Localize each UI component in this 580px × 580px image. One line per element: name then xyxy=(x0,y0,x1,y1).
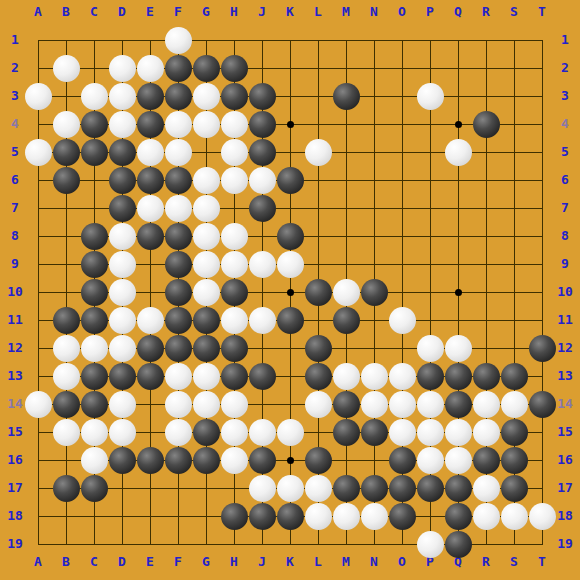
stone-black[interactable] xyxy=(221,503,248,530)
stone-black[interactable] xyxy=(249,195,276,222)
coord-label-top: T xyxy=(531,3,553,21)
stone-black[interactable] xyxy=(277,167,304,194)
stone-black[interactable] xyxy=(109,195,136,222)
stone-white[interactable] xyxy=(221,391,248,418)
stone-white[interactable] xyxy=(389,419,416,446)
stone-black[interactable] xyxy=(249,363,276,390)
stone-black[interactable] xyxy=(221,335,248,362)
stone-black[interactable] xyxy=(501,363,528,390)
coord-label-left: 19 xyxy=(2,535,28,553)
stone-white[interactable] xyxy=(501,503,528,530)
stone-black[interactable] xyxy=(81,363,108,390)
stone-white[interactable] xyxy=(109,83,136,110)
coord-label-bottom: T xyxy=(531,553,553,571)
stone-white[interactable] xyxy=(25,391,52,418)
stone-white[interactable] xyxy=(277,251,304,278)
stone-white[interactable] xyxy=(389,363,416,390)
stone-white[interactable] xyxy=(165,195,192,222)
stone-black[interactable] xyxy=(249,111,276,138)
stone-black[interactable] xyxy=(137,223,164,250)
stone-black[interactable] xyxy=(333,83,360,110)
coord-label-right: 11 xyxy=(552,311,578,329)
stone-black[interactable] xyxy=(361,475,388,502)
coord-label-right: 4 xyxy=(552,115,578,133)
stone-black[interactable] xyxy=(165,251,192,278)
stone-white[interactable] xyxy=(445,335,472,362)
stone-black[interactable] xyxy=(333,307,360,334)
stone-white[interactable] xyxy=(165,27,192,54)
coord-label-left: 4 xyxy=(2,115,28,133)
stone-white[interactable] xyxy=(53,111,80,138)
stone-black[interactable] xyxy=(249,83,276,110)
coord-label-bottom: H xyxy=(223,553,245,571)
coord-label-top: E xyxy=(139,3,161,21)
coord-label-left: 6 xyxy=(2,171,28,189)
stone-white[interactable] xyxy=(193,111,220,138)
stone-black[interactable] xyxy=(81,251,108,278)
coord-label-top: O xyxy=(391,3,413,21)
coord-label-left: 18 xyxy=(2,507,28,525)
coord-label-top: B xyxy=(55,3,77,21)
stone-white[interactable] xyxy=(193,83,220,110)
goban[interactable]: AABBCCDDEEFFGGHHJJKKLLMMNNOOPPQQRRSSTT11… xyxy=(0,0,580,580)
stone-white[interactable] xyxy=(529,503,556,530)
stone-black[interactable] xyxy=(221,83,248,110)
stone-white[interactable] xyxy=(277,475,304,502)
stone-black[interactable] xyxy=(109,139,136,166)
coord-label-right: 7 xyxy=(552,199,578,217)
stone-white[interactable] xyxy=(249,251,276,278)
coord-label-left: 9 xyxy=(2,255,28,273)
stone-white[interactable] xyxy=(25,83,52,110)
star-point xyxy=(287,457,294,464)
stone-white[interactable] xyxy=(165,419,192,446)
stone-white[interactable] xyxy=(53,335,80,362)
stone-black[interactable] xyxy=(193,307,220,334)
stone-black[interactable] xyxy=(445,391,472,418)
stone-white[interactable] xyxy=(501,391,528,418)
stone-black[interactable] xyxy=(165,223,192,250)
coord-label-top: L xyxy=(307,3,329,21)
stone-white[interactable] xyxy=(193,167,220,194)
stone-black[interactable] xyxy=(389,503,416,530)
stone-black[interactable] xyxy=(501,419,528,446)
stone-black[interactable] xyxy=(529,391,556,418)
coord-label-top: K xyxy=(279,3,301,21)
stone-black[interactable] xyxy=(333,475,360,502)
coord-label-top: J xyxy=(251,3,273,21)
stone-black[interactable] xyxy=(81,307,108,334)
stone-white[interactable] xyxy=(137,195,164,222)
stone-black[interactable] xyxy=(473,447,500,474)
stone-black[interactable] xyxy=(305,279,332,306)
stone-white[interactable] xyxy=(417,335,444,362)
stone-black[interactable] xyxy=(109,363,136,390)
coord-label-top: A xyxy=(27,3,49,21)
stone-black[interactable] xyxy=(221,363,248,390)
coord-label-right: 2 xyxy=(552,59,578,77)
stone-white[interactable] xyxy=(81,83,108,110)
star-point xyxy=(287,121,294,128)
coord-label-top: P xyxy=(419,3,441,21)
coord-label-left: 11 xyxy=(2,311,28,329)
coord-label-left: 12 xyxy=(2,339,28,357)
star-point xyxy=(455,121,462,128)
stone-black[interactable] xyxy=(221,55,248,82)
stone-white[interactable] xyxy=(109,419,136,446)
stone-white[interactable] xyxy=(165,363,192,390)
stone-white[interactable] xyxy=(193,391,220,418)
stone-black[interactable] xyxy=(417,363,444,390)
stone-white[interactable] xyxy=(221,167,248,194)
coord-label-top: F xyxy=(167,3,189,21)
stone-black[interactable] xyxy=(165,55,192,82)
stone-black[interactable] xyxy=(277,223,304,250)
coord-label-bottom: N xyxy=(363,553,385,571)
coord-label-bottom: S xyxy=(503,553,525,571)
stone-white[interactable] xyxy=(473,503,500,530)
stone-black[interactable] xyxy=(445,363,472,390)
stone-black[interactable] xyxy=(361,279,388,306)
coord-label-bottom: E xyxy=(139,553,161,571)
stone-black[interactable] xyxy=(193,55,220,82)
stone-black[interactable] xyxy=(81,391,108,418)
stone-white[interactable] xyxy=(361,503,388,530)
stone-black[interactable] xyxy=(305,363,332,390)
stone-white[interactable] xyxy=(81,335,108,362)
stone-white[interactable] xyxy=(417,447,444,474)
stone-white[interactable] xyxy=(333,363,360,390)
stone-black[interactable] xyxy=(249,503,276,530)
stone-white[interactable] xyxy=(25,139,52,166)
stone-black[interactable] xyxy=(53,307,80,334)
stone-white[interactable] xyxy=(109,251,136,278)
coord-label-left: 16 xyxy=(2,451,28,469)
coord-label-right: 17 xyxy=(552,479,578,497)
stone-black[interactable] xyxy=(277,503,304,530)
stone-black[interactable] xyxy=(361,419,388,446)
stone-white[interactable] xyxy=(417,419,444,446)
stone-white[interactable] xyxy=(137,139,164,166)
stone-white[interactable] xyxy=(109,307,136,334)
stone-black[interactable] xyxy=(473,363,500,390)
stone-white[interactable] xyxy=(445,419,472,446)
stone-black[interactable] xyxy=(501,447,528,474)
stone-white[interactable] xyxy=(389,307,416,334)
stone-black[interactable] xyxy=(137,83,164,110)
coord-label-right: 15 xyxy=(552,423,578,441)
stone-white[interactable] xyxy=(81,447,108,474)
coord-label-bottom: R xyxy=(475,553,497,571)
stone-white[interactable] xyxy=(109,223,136,250)
coord-label-bottom: O xyxy=(391,553,413,571)
stone-black[interactable] xyxy=(305,447,332,474)
coord-label-right: 9 xyxy=(552,255,578,273)
stone-black[interactable] xyxy=(137,167,164,194)
stone-black[interactable] xyxy=(81,223,108,250)
stone-black[interactable] xyxy=(445,475,472,502)
stone-white[interactable] xyxy=(221,251,248,278)
stone-black[interactable] xyxy=(277,307,304,334)
stone-black[interactable] xyxy=(165,447,192,474)
stone-white[interactable] xyxy=(109,335,136,362)
coord-label-bottom: A xyxy=(27,553,49,571)
stone-black[interactable] xyxy=(445,503,472,530)
coord-label-right: 3 xyxy=(552,87,578,105)
stone-white[interactable] xyxy=(333,279,360,306)
coord-label-left: 15 xyxy=(2,423,28,441)
stone-white[interactable] xyxy=(445,447,472,474)
coord-label-bottom: C xyxy=(83,553,105,571)
coord-label-left: 2 xyxy=(2,59,28,77)
stone-black[interactable] xyxy=(137,335,164,362)
stone-black[interactable] xyxy=(333,419,360,446)
coord-label-right: 10 xyxy=(552,283,578,301)
coord-label-bottom: M xyxy=(335,553,357,571)
stone-black[interactable] xyxy=(81,139,108,166)
stone-white[interactable] xyxy=(137,55,164,82)
stone-white[interactable] xyxy=(305,475,332,502)
coord-label-top: D xyxy=(111,3,133,21)
stone-white[interactable] xyxy=(417,391,444,418)
stone-white[interactable] xyxy=(137,307,164,334)
stone-black[interactable] xyxy=(165,335,192,362)
stone-white[interactable] xyxy=(389,391,416,418)
stone-black[interactable] xyxy=(81,111,108,138)
stone-black[interactable] xyxy=(165,307,192,334)
stone-white[interactable] xyxy=(109,55,136,82)
stone-black[interactable] xyxy=(249,139,276,166)
stone-black[interactable] xyxy=(81,279,108,306)
stone-white[interactable] xyxy=(361,363,388,390)
stone-white[interactable] xyxy=(53,55,80,82)
stone-white[interactable] xyxy=(165,111,192,138)
coord-label-top: N xyxy=(363,3,385,21)
stone-white[interactable] xyxy=(165,139,192,166)
stone-black[interactable] xyxy=(473,111,500,138)
stone-black[interactable] xyxy=(81,475,108,502)
grid-line xyxy=(542,40,543,545)
stone-black[interactable] xyxy=(193,419,220,446)
stone-black[interactable] xyxy=(53,139,80,166)
stone-white[interactable] xyxy=(277,419,304,446)
stone-white[interactable] xyxy=(109,279,136,306)
stone-black[interactable] xyxy=(137,363,164,390)
stone-white[interactable] xyxy=(473,391,500,418)
stone-white[interactable] xyxy=(473,475,500,502)
stone-white[interactable] xyxy=(249,167,276,194)
stone-white[interactable] xyxy=(221,139,248,166)
stone-black[interactable] xyxy=(137,447,164,474)
coord-label-bottom: B xyxy=(55,553,77,571)
stone-white[interactable] xyxy=(53,363,80,390)
stone-white[interactable] xyxy=(221,307,248,334)
stone-black[interactable] xyxy=(137,111,164,138)
stone-black[interactable] xyxy=(53,167,80,194)
stone-white[interactable] xyxy=(249,307,276,334)
stone-black[interactable] xyxy=(165,279,192,306)
stone-black[interactable] xyxy=(529,335,556,362)
stone-black[interactable] xyxy=(501,475,528,502)
stone-white[interactable] xyxy=(333,503,360,530)
stone-black[interactable] xyxy=(109,167,136,194)
stone-black[interactable] xyxy=(109,447,136,474)
coord-label-bottom: G xyxy=(195,553,217,571)
stone-black[interactable] xyxy=(53,475,80,502)
stone-white[interactable] xyxy=(109,391,136,418)
coord-label-top: R xyxy=(475,3,497,21)
stone-white[interactable] xyxy=(221,447,248,474)
coord-label-left: 8 xyxy=(2,227,28,245)
stone-black[interactable] xyxy=(249,447,276,474)
stone-white[interactable] xyxy=(417,83,444,110)
coord-label-top: S xyxy=(503,3,525,21)
coord-label-right: 16 xyxy=(552,451,578,469)
coord-label-right: 1 xyxy=(552,31,578,49)
stone-white[interactable] xyxy=(81,419,108,446)
stone-black[interactable] xyxy=(221,279,248,306)
stone-white[interactable] xyxy=(305,503,332,530)
coord-label-top: H xyxy=(223,3,245,21)
stone-white[interactable] xyxy=(221,111,248,138)
stone-black[interactable] xyxy=(333,391,360,418)
stone-white[interactable] xyxy=(249,419,276,446)
stone-black[interactable] xyxy=(193,447,220,474)
stone-white[interactable] xyxy=(249,475,276,502)
stone-white[interactable] xyxy=(221,419,248,446)
stone-black[interactable] xyxy=(445,531,472,558)
coord-label-right: 19 xyxy=(552,535,578,553)
stone-white[interactable] xyxy=(193,223,220,250)
stone-white[interactable] xyxy=(109,111,136,138)
coord-label-bottom: D xyxy=(111,553,133,571)
coord-label-right: 6 xyxy=(552,171,578,189)
coord-label-right: 5 xyxy=(552,143,578,161)
stone-black[interactable] xyxy=(53,391,80,418)
stone-black[interactable] xyxy=(389,447,416,474)
coord-label-left: 17 xyxy=(2,479,28,497)
coord-label-right: 13 xyxy=(552,367,578,385)
stone-white[interactable] xyxy=(193,279,220,306)
coord-label-top: G xyxy=(195,3,217,21)
stone-white[interactable] xyxy=(361,391,388,418)
coord-label-bottom: L xyxy=(307,553,329,571)
stone-white[interactable] xyxy=(53,419,80,446)
stone-white[interactable] xyxy=(305,391,332,418)
stone-white[interactable] xyxy=(193,251,220,278)
stone-black[interactable] xyxy=(417,475,444,502)
stone-black[interactable] xyxy=(305,335,332,362)
stone-white[interactable] xyxy=(473,419,500,446)
coord-label-bottom: K xyxy=(279,553,301,571)
stone-white[interactable] xyxy=(193,363,220,390)
stone-black[interactable] xyxy=(193,335,220,362)
stone-black[interactable] xyxy=(389,475,416,502)
coord-label-bottom: J xyxy=(251,553,273,571)
coord-label-left: 7 xyxy=(2,199,28,217)
coord-label-left: 10 xyxy=(2,283,28,301)
star-point xyxy=(455,289,462,296)
stone-white[interactable] xyxy=(193,195,220,222)
coord-label-top: C xyxy=(83,3,105,21)
coord-label-left: 13 xyxy=(2,367,28,385)
coord-label-right: 8 xyxy=(552,227,578,245)
star-point xyxy=(287,289,294,296)
coord-label-bottom: F xyxy=(167,553,189,571)
coord-label-left: 1 xyxy=(2,31,28,49)
stone-white[interactable] xyxy=(221,223,248,250)
stone-white[interactable] xyxy=(305,139,332,166)
stone-black[interactable] xyxy=(165,167,192,194)
stone-white[interactable] xyxy=(165,391,192,418)
coord-label-top: M xyxy=(335,3,357,21)
stone-white[interactable] xyxy=(445,139,472,166)
stone-black[interactable] xyxy=(165,83,192,110)
coord-label-top: Q xyxy=(447,3,469,21)
stone-white[interactable] xyxy=(417,531,444,558)
